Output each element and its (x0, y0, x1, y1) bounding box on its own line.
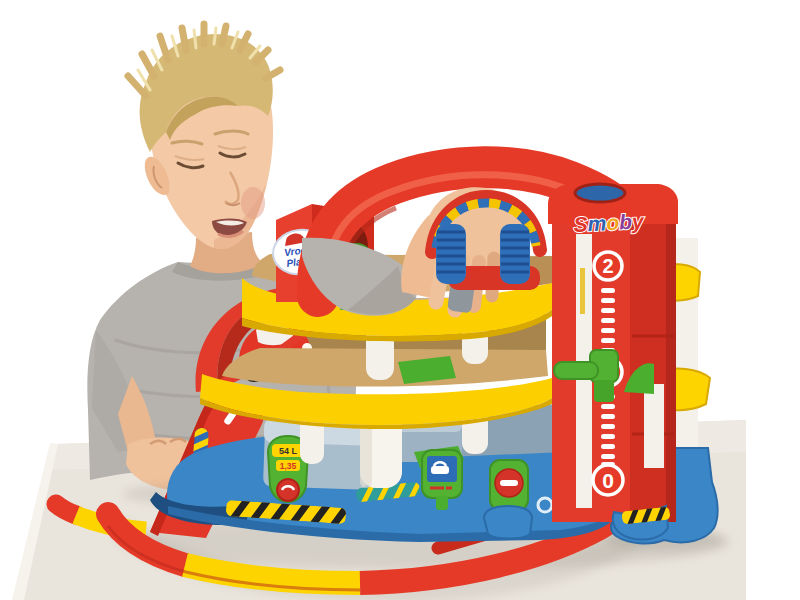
no-entry-sign (484, 460, 532, 539)
floor-label-0: 0 (602, 469, 614, 492)
scene-svg: 54 L 1,35 (0, 0, 800, 600)
cap-hole (575, 184, 625, 202)
fuel-price: 1,35 (280, 461, 297, 471)
cheek-blush (241, 187, 265, 219)
shaft-lower (644, 384, 664, 468)
lever-handle (554, 362, 598, 379)
no-entry-sign-base (484, 506, 532, 539)
car-wash-sign-stem (436, 496, 448, 510)
car-wash-brush-left (436, 224, 466, 284)
photo-scene: 54 L 1,35 (0, 0, 800, 600)
floor-label-2: 2 (602, 255, 613, 277)
shaft-rod (580, 268, 585, 314)
smoby-logo: Smoby (573, 209, 645, 236)
car-wash-brush-right (500, 224, 530, 284)
track-back-red (56, 504, 76, 515)
fuel-capacity: 54 L (279, 446, 298, 456)
fuel-pump-icon (277, 479, 299, 501)
